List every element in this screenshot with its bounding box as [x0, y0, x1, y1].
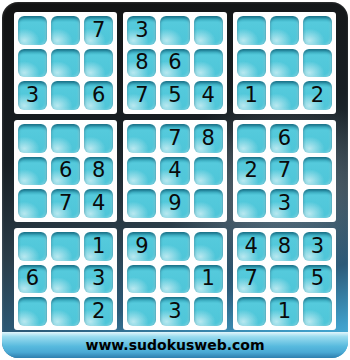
cell-r9c2[interactable]	[51, 297, 80, 326]
sudoku-box-8: 913	[123, 228, 226, 330]
cell-r2c6[interactable]	[194, 49, 223, 78]
cell-r3c9: 2	[303, 81, 332, 110]
cell-r5c5: 4	[160, 157, 189, 186]
cell-r3c3: 6	[84, 81, 113, 110]
cell-r5c9[interactable]	[303, 157, 332, 186]
cell-r6c6[interactable]	[194, 189, 223, 218]
sudoku-box-9: 483751	[233, 228, 336, 330]
cell-r7c9: 3	[303, 232, 332, 261]
cell-r6c9[interactable]	[303, 189, 332, 218]
cell-r7c5[interactable]	[160, 232, 189, 261]
cell-r8c9: 5	[303, 265, 332, 294]
sudoku-box-3: 12	[233, 12, 336, 114]
cell-r8c6: 1	[194, 265, 223, 294]
cell-r9c1[interactable]	[18, 297, 47, 326]
cell-r2c7[interactable]	[237, 49, 266, 78]
website-url: www.sudokusweb.com	[85, 337, 264, 353]
cell-r5c4[interactable]	[127, 157, 156, 186]
cell-r9c3: 2	[84, 297, 113, 326]
cell-r7c8: 8	[270, 232, 299, 261]
sudoku-box-1: 736	[14, 12, 117, 114]
sudoku-box-2: 386754	[123, 12, 226, 114]
cell-r5c1[interactable]	[18, 157, 47, 186]
cell-r9c6[interactable]	[194, 297, 223, 326]
cell-r2c4: 8	[127, 49, 156, 78]
cell-r7c2[interactable]	[51, 232, 80, 261]
cell-r4c3[interactable]	[84, 124, 113, 153]
cell-r3c4: 7	[127, 81, 156, 110]
cell-r3c5: 5	[160, 81, 189, 110]
cell-r4c9[interactable]	[303, 124, 332, 153]
cell-r2c3[interactable]	[84, 49, 113, 78]
cell-r6c4[interactable]	[127, 189, 156, 218]
cell-r4c2[interactable]	[51, 124, 80, 153]
cell-r2c1[interactable]	[18, 49, 47, 78]
sudoku-board: 736386754126874784962731632913483751	[14, 12, 336, 330]
cell-r6c1[interactable]	[18, 189, 47, 218]
sudoku-box-7: 1632	[14, 228, 117, 330]
cell-r9c8: 1	[270, 297, 299, 326]
sudoku-box-4: 6874	[14, 120, 117, 222]
cell-r1c1[interactable]	[18, 16, 47, 45]
cell-r6c2: 7	[51, 189, 80, 218]
cell-r1c3: 7	[84, 16, 113, 45]
cell-r9c7[interactable]	[237, 297, 266, 326]
cell-r1c4: 3	[127, 16, 156, 45]
cell-r6c5: 9	[160, 189, 189, 218]
sudoku-box-5: 7849	[123, 120, 226, 222]
cell-r9c9[interactable]	[303, 297, 332, 326]
cell-r7c3: 1	[84, 232, 113, 261]
cell-r3c6: 4	[194, 81, 223, 110]
footer-bar: www.sudokusweb.com	[2, 332, 348, 358]
sudoku-plaque: 736386754126874784962731632913483751 www…	[2, 2, 348, 358]
cell-r6c8: 3	[270, 189, 299, 218]
cell-r2c2[interactable]	[51, 49, 80, 78]
cell-r7c4: 9	[127, 232, 156, 261]
cell-r5c6[interactable]	[194, 157, 223, 186]
cell-r2c9[interactable]	[303, 49, 332, 78]
cell-r8c1: 6	[18, 265, 47, 294]
cell-r1c2[interactable]	[51, 16, 80, 45]
cell-r1c5[interactable]	[160, 16, 189, 45]
cell-r9c4[interactable]	[127, 297, 156, 326]
cell-r8c8[interactable]	[270, 265, 299, 294]
cell-r3c2[interactable]	[51, 81, 80, 110]
page: 736386754126874784962731632913483751 www…	[0, 0, 350, 360]
cell-r3c8[interactable]	[270, 81, 299, 110]
cell-r8c3: 3	[84, 265, 113, 294]
cell-r4c6: 8	[194, 124, 223, 153]
cell-r4c4[interactable]	[127, 124, 156, 153]
cell-r1c8[interactable]	[270, 16, 299, 45]
cell-r3c7: 1	[237, 81, 266, 110]
cell-r4c5: 7	[160, 124, 189, 153]
sudoku-box-6: 6273	[233, 120, 336, 222]
cell-r4c1[interactable]	[18, 124, 47, 153]
cell-r2c5: 6	[160, 49, 189, 78]
cell-r6c7[interactable]	[237, 189, 266, 218]
cell-r8c7: 7	[237, 265, 266, 294]
cell-r7c7: 4	[237, 232, 266, 261]
cell-r1c7[interactable]	[237, 16, 266, 45]
cell-r9c5: 3	[160, 297, 189, 326]
cell-r5c3: 8	[84, 157, 113, 186]
cell-r4c8: 6	[270, 124, 299, 153]
cell-r2c8[interactable]	[270, 49, 299, 78]
cell-r7c1[interactable]	[18, 232, 47, 261]
cell-r8c5[interactable]	[160, 265, 189, 294]
cell-r5c8: 7	[270, 157, 299, 186]
cell-r8c2[interactable]	[51, 265, 80, 294]
cell-r1c9[interactable]	[303, 16, 332, 45]
cell-r6c3: 4	[84, 189, 113, 218]
cell-r7c6[interactable]	[194, 232, 223, 261]
cell-r8c4[interactable]	[127, 265, 156, 294]
cell-r1c6[interactable]	[194, 16, 223, 45]
cell-r3c1: 3	[18, 81, 47, 110]
cell-r5c2: 6	[51, 157, 80, 186]
cell-r5c7: 2	[237, 157, 266, 186]
cell-r4c7[interactable]	[237, 124, 266, 153]
